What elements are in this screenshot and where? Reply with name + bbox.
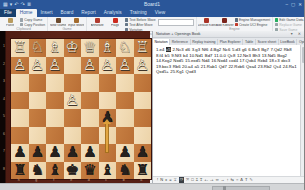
- square-b6[interactable]: [116, 127, 134, 145]
- black-pawn-piece: ♟: [81, 144, 99, 162]
- rank-labels: 12345678: [3, 38, 5, 178]
- status-slider[interactable]: [212, 186, 270, 190]
- square-b7[interactable]: ♟: [116, 144, 134, 162]
- new-game-button[interactable]: New Game: [50, 18, 66, 27]
- square-g1[interactable]: ♘: [29, 39, 47, 57]
- rank-label-2: 2: [3, 56, 5, 74]
- default-kibitzer-icon: [204, 18, 209, 23]
- ribbon: PasteCopy GameCopy PositionClipboardNew …: [0, 17, 304, 32]
- black-knight-piece: ♞: [116, 162, 134, 180]
- square-g6[interactable]: [29, 127, 47, 145]
- tab-home[interactable]: Home: [16, 9, 37, 17]
- chess-board: ♖♘♗♔♕♗♘♖♙♙♙♙♙♙♙♙♟♟♟♟♟♟♟♟♜♞♝♚♛♝♞♜: [10, 38, 152, 180]
- input-move-button[interactable]: Input Move: [68, 18, 84, 27]
- black-bishop-piece: ♝: [46, 162, 64, 180]
- square-g7[interactable]: ♟: [29, 144, 47, 162]
- main-area: 12345678 ♖♘♗♔♕♗♘♖♙♙♙♙♙♙♙♙♟♟♟♟♟♟♟♟♜♞♝♚♛♝♞…: [0, 31, 304, 183]
- board-icon[interactable]: ▦: [3, 0, 8, 9]
- square-f4[interactable]: [46, 92, 64, 110]
- white-pawn-piece: ♙: [11, 57, 29, 75]
- white-rook-piece: ♖: [134, 39, 152, 57]
- ribbon-group-engine: Default KibitzerAdd KibitzerEngine Manag…: [197, 17, 273, 31]
- black-queen-piece: ♛: [81, 162, 99, 180]
- square-f8[interactable]: ♝: [46, 162, 64, 180]
- black-pawn-piece: ♟: [46, 144, 64, 162]
- square-a5[interactable]: [134, 109, 152, 127]
- minimize-icon[interactable]: –: [285, 0, 288, 9]
- square-c4[interactable]: [99, 92, 117, 110]
- square-g2[interactable]: ♙: [29, 57, 47, 75]
- button-label: Copy Game: [24, 18, 42, 22]
- square-d7[interactable]: ♟: [81, 144, 99, 162]
- rank-label-8: 8: [3, 161, 5, 179]
- ribbon-group-clipboard: PasteCopy GameCopy PositionClipboard: [0, 17, 48, 31]
- square-h5[interactable]: [11, 109, 29, 127]
- pane-caption-bar: Notation + Openings Book ▾ ✕: [153, 31, 304, 38]
- annotate-icon: [95, 18, 100, 23]
- square-h7[interactable]: ♟: [11, 144, 29, 162]
- rank-label-6: 6: [3, 126, 5, 144]
- new-game-icon: [56, 18, 61, 23]
- white-bishop-piece: ♗: [46, 39, 64, 57]
- tab-board[interactable]: Board: [57, 9, 78, 17]
- copy-game-icon: [20, 18, 23, 21]
- text-after-move-icon: [125, 23, 128, 26]
- board-pane: 12345678 ♖♘♗♔♕♗♘♖♙♙♙♙♙♙♙♙♟♟♟♟♟♟♟♟♜♞♝♚♛♝♞…: [0, 31, 150, 183]
- square-f2[interactable]: ♙: [46, 57, 64, 75]
- button-label: Flags: [111, 24, 119, 28]
- edit-game-data-icon: [275, 18, 278, 21]
- square-a3[interactable]: [134, 74, 152, 92]
- square-e3[interactable]: [64, 74, 82, 92]
- square-a2[interactable]: ♙: [134, 57, 152, 75]
- ribbon-group-text-functions: AnnotateFlagsText Before MoveText After …: [87, 17, 197, 31]
- filter-input[interactable]: [158, 19, 194, 26]
- square-h3[interactable]: [11, 74, 29, 92]
- black-king-piece: ♚: [64, 162, 82, 180]
- black-pawn-piece: ♟: [64, 144, 82, 162]
- black-pawn-piece: ♟: [11, 144, 29, 162]
- scrollbar-thumb[interactable]: [302, 47, 305, 63]
- default-kibitzer-button[interactable]: Default Kibitzer: [199, 18, 215, 27]
- dropdown-icon[interactable]: ▾: [10, 0, 13, 9]
- title-bar: ▦▾↶↷≣ Board1 –▢✕: [0, 0, 304, 9]
- white-pawn-piece: ♙: [64, 92, 82, 110]
- square-a8[interactable]: ♜: [134, 162, 152, 180]
- black-rook-piece: ♜: [134, 162, 152, 180]
- engine-management-button[interactable]: Engine Management: [235, 18, 270, 22]
- notation-scrollbar[interactable]: [300, 45, 304, 176]
- square-e7[interactable]: ♟: [64, 144, 82, 162]
- square-h6[interactable]: [11, 127, 29, 145]
- text-before-move-icon: [125, 18, 128, 21]
- rank-label-7: 7: [3, 143, 5, 161]
- copy-game-button[interactable]: Copy Game: [20, 18, 45, 22]
- square-d3[interactable]: [81, 74, 99, 92]
- white-rook-piece: ♖: [11, 39, 29, 57]
- flags-button[interactable]: Flags: [107, 18, 123, 27]
- square-f6[interactable]: [46, 127, 64, 145]
- create-uci-engine-icon: [235, 23, 238, 26]
- black-pawn-piece: ♟: [29, 144, 47, 162]
- square-b3[interactable]: [116, 74, 134, 92]
- black-pawn-piece: ♟: [134, 144, 152, 162]
- paste-icon: [8, 18, 13, 23]
- white-queen-piece: ♕: [81, 39, 99, 57]
- ribbon-collapse-icon[interactable]: ⌃: [299, 18, 302, 23]
- button-label: Engine Management: [239, 18, 270, 22]
- tab-training[interactable]: Training: [126, 9, 151, 17]
- square-f7[interactable]: ♟: [46, 144, 64, 162]
- quick-access-toolbar: ▦▾↶↷≣: [3, 0, 31, 9]
- square-d5[interactable]: [81, 109, 99, 127]
- move-text[interactable]: 2.Nc3 d6 3.g3 Nf6 4.Bg2 Nc6 5.d3 g6 6.Be…: [156, 47, 297, 74]
- undo-icon[interactable]: ↶: [14, 0, 18, 9]
- square-h4[interactable]: [11, 92, 29, 110]
- annotate-button[interactable]: Annotate: [89, 18, 105, 27]
- button-label: Text Before Move: [129, 18, 155, 22]
- text-before-move-button[interactable]: Text Before Move: [125, 18, 156, 22]
- status-bar: B1: Closed/Tactics: 1 min without (g): [0, 183, 304, 190]
- button-label: Replace Game: [279, 23, 302, 27]
- square-g8[interactable]: ♞: [29, 162, 47, 180]
- square-c3[interactable]: [99, 74, 117, 92]
- button-label: Text After Move: [129, 23, 152, 27]
- white-knight-piece: ♘: [29, 39, 47, 57]
- square-e1[interactable]: ♔: [64, 39, 82, 57]
- square-h1[interactable]: ♖: [11, 39, 29, 57]
- tab-file[interactable]: File: [0, 9, 16, 17]
- notation-pane: Notation + Openings Book ▾ ✕ NotationRef…: [152, 31, 304, 183]
- rank-label-4: 4: [3, 91, 5, 109]
- ribbon-group-game: New GameInput MoveGame: [48, 17, 87, 31]
- black-bishop-piece: ♝: [99, 162, 117, 180]
- square-b1[interactable]: ♘: [116, 39, 134, 57]
- replace-game-icon: [275, 23, 278, 26]
- white-pawn-piece: ♙: [99, 57, 117, 75]
- replace-game-button[interactable]: Replace Game: [275, 23, 303, 27]
- input-move-icon: [74, 18, 79, 23]
- square-b5[interactable]: [116, 109, 134, 127]
- ribbon-tab-bar: FileHomeInsertBoardReportAnalysisTrainin…: [0, 9, 304, 17]
- move-arrow-shaft: [105, 123, 109, 153]
- square-h2[interactable]: ♙: [11, 57, 29, 75]
- close-icon[interactable]: ✕: [298, 0, 302, 9]
- text-after-move-button[interactable]: Text After Move: [125, 23, 156, 27]
- square-d6[interactable]: [81, 127, 99, 145]
- tab-report[interactable]: Report: [77, 9, 99, 17]
- black-knight-piece: ♞: [29, 162, 47, 180]
- engine-management-icon: [235, 18, 238, 21]
- black-pawn-piece: ♟: [116, 144, 134, 162]
- white-king-piece: ♔: [64, 39, 82, 57]
- pane-caption: Notation + Openings Book: [156, 32, 200, 36]
- square-b4[interactable]: [116, 92, 134, 110]
- chessbase-window: ▦▾↶↷≣ Board1 –▢✕ FileHomeInsertBoardRepo…: [0, 0, 304, 190]
- tab-insert[interactable]: Insert: [37, 9, 57, 17]
- white-pawn-piece: ♙: [46, 57, 64, 75]
- status-slider-thumb[interactable]: [223, 186, 226, 190]
- rank-label-3: 3: [3, 73, 5, 91]
- square-h8[interactable]: ♜: [11, 162, 29, 180]
- redo-icon[interactable]: ↷: [20, 0, 24, 9]
- square-e2[interactable]: [64, 57, 82, 75]
- square-e4[interactable]: ♙: [64, 92, 82, 110]
- square-g5[interactable]: [29, 109, 47, 127]
- move-text[interactable]: 1.e4: [156, 47, 164, 52]
- white-pawn-piece: ♙: [116, 57, 134, 75]
- annotation-toolbar: !N±=∓!??!□⩲⩱+--+∞→↑⇆○ΔT✎: [153, 176, 304, 183]
- move-arrow-head: [103, 119, 111, 124]
- button-label: Annotate: [91, 24, 104, 28]
- square-e6[interactable]: [64, 127, 82, 145]
- tab-analysis[interactable]: Analysis: [100, 9, 126, 17]
- rank-label-1: 1: [3, 38, 5, 56]
- menu-icon[interactable]: ≣: [27, 0, 31, 9]
- white-pawn-piece: ♙: [29, 57, 47, 75]
- square-a7[interactable]: ♟: [134, 144, 152, 162]
- square-a1[interactable]: ♖: [134, 39, 152, 57]
- rank-label-5: 5: [3, 108, 5, 126]
- copy-position-icon: [20, 23, 23, 26]
- maximize-icon[interactable]: ▢: [291, 0, 295, 9]
- black-rook-piece: ♜: [11, 162, 29, 180]
- square-b8[interactable]: ♞: [116, 162, 134, 180]
- white-knight-piece: ♘: [116, 39, 134, 57]
- square-g4[interactable]: [29, 92, 47, 110]
- square-b2[interactable]: ♙: [116, 57, 134, 75]
- square-d4[interactable]: [81, 92, 99, 110]
- add-kibitzer-icon: [222, 18, 227, 23]
- current-move[interactable]: c5: [166, 47, 172, 52]
- window-title: Board1: [0, 0, 304, 9]
- square-a6[interactable]: [134, 127, 152, 145]
- paste-button[interactable]: Paste: [2, 18, 18, 27]
- pane-caption-buttons: ▾ ✕: [291, 31, 303, 38]
- tab-view[interactable]: View: [151, 9, 169, 17]
- square-e8[interactable]: ♚: [64, 162, 82, 180]
- square-c8[interactable]: ♝: [99, 162, 117, 180]
- white-pawn-piece: ♙: [81, 57, 99, 75]
- notation-area: 1.e4 c5 2.Nc3 d6 3.g3 Nf6 4.Bg2 Nc6 5.d3…: [153, 45, 304, 176]
- square-d8[interactable]: ♛: [81, 162, 99, 180]
- square-e5[interactable]: [64, 109, 82, 127]
- square-c2[interactable]: ♙: [99, 57, 117, 75]
- white-pawn-piece: ♙: [134, 57, 152, 75]
- square-a4[interactable]: [134, 92, 152, 110]
- flags-icon: [113, 18, 118, 23]
- square-c1[interactable]: ♗: [99, 39, 117, 57]
- square-f1[interactable]: ♗: [46, 39, 64, 57]
- square-d2[interactable]: ♙: [81, 57, 99, 75]
- window-controls: –▢✕: [285, 0, 302, 9]
- square-f3[interactable]: [46, 74, 64, 92]
- square-g3[interactable]: [29, 74, 47, 92]
- square-d1[interactable]: ♕: [81, 39, 99, 57]
- square-f5[interactable]: [46, 109, 64, 127]
- white-bishop-piece: ♗: [99, 39, 117, 57]
- add-kibitzer-button[interactable]: Add Kibitzer: [217, 18, 233, 27]
